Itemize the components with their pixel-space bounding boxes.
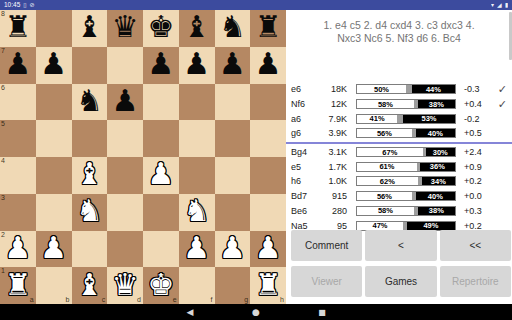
result-bar: 41%53% [356,114,456,124]
square-g1[interactable]: g [215,267,251,304]
game-count: 1.7K [318,162,347,172]
wifi-icon: ▾ [491,0,494,10]
square-a1[interactable]: 1a♜ [0,267,36,304]
square-a7[interactable]: 7♟ [0,47,36,84]
square-b6[interactable] [36,84,72,121]
candidate-move-row-h6[interactable]: h61.0K62%34%+0.2 [286,174,512,189]
square-a2[interactable]: 2♟ [0,231,36,268]
rank-label: 6 [1,84,5,92]
file-label: g [244,296,248,304]
back-to-start-button[interactable]: << [440,230,511,261]
square-d3[interactable] [107,194,143,231]
square-f1[interactable]: f [179,267,215,304]
white-wins-segment: 50% [357,85,406,93]
square-e1[interactable]: e♚ [143,267,179,304]
square-d8[interactable]: ♛ [107,10,143,47]
signal-icon: ◢ [497,0,502,10]
white-piece-p: ♟ [219,233,246,263]
square-h7[interactable]: ♟ [250,47,286,84]
game-count: 7.9K [318,114,347,124]
square-f4[interactable] [179,157,215,194]
black-piece-p: ♟ [112,86,139,116]
black-piece-p: ♟ [183,49,210,79]
black-piece-k: ♚ [147,12,174,42]
square-a5[interactable]: 5 [0,120,36,157]
app-screen: 10:45 ▯ ⊘ ▾ ◢ ▮ 8♜♝♛♚♝♞♜7♟♟♟♟♟♟6♞♟54♝♟3♞… [0,0,512,320]
square-d6[interactable]: ♟ [107,84,143,121]
game-count: 915 [318,191,347,201]
game-count: 12K [318,99,347,109]
white-piece-p: ♟ [4,233,31,263]
square-h6[interactable] [250,84,286,121]
square-e3[interactable] [143,194,179,231]
back-button[interactable]: ◀ [157,307,223,317]
candidate-move-row-Bg4[interactable]: Bg43.1K67%30%+2.4 [286,145,512,160]
black-wins-segment: 36% [420,163,455,171]
black-wins-segment: 53% [403,115,455,123]
engine-eval: +0.5 [464,128,496,138]
white-piece-q: ♛ [112,270,139,300]
engine-eval: +0.9 [464,162,496,172]
file-label: f [211,296,213,304]
white-piece-n: ♞ [76,196,103,226]
rank-label: 3 [1,194,5,202]
square-d7[interactable] [107,47,143,84]
square-g7[interactable]: ♟ [215,47,251,84]
candidate-moves-table: e618K50%44%-0.3✓Nf612K58%38%+0.4✓a67.9K4… [286,82,512,233]
candidate-move: Be6 [286,206,318,216]
square-d5[interactable] [107,120,143,157]
square-d1[interactable]: d♛ [107,267,143,304]
square-h8[interactable]: ♜ [250,10,286,47]
candidate-move-row-a6[interactable]: a67.9K41%53%-0.2 [286,111,512,126]
square-c7[interactable] [72,47,108,84]
square-a6[interactable]: 6 [0,84,36,121]
candidate-move-row-g6[interactable]: g63.9K56%40%+0.5 [286,126,512,141]
back-move-button[interactable]: < [365,230,436,261]
square-d4[interactable] [107,157,143,194]
repertoire-button[interactable]: Repertoire [440,266,511,297]
file-label: b [66,296,70,304]
recents-button[interactable]: ■ [289,308,355,317]
square-e8[interactable]: ♚ [143,10,179,47]
white-piece-p: ♟ [255,233,282,263]
white-piece-p: ♟ [147,159,174,189]
white-piece-n: ♞ [183,196,210,226]
black-wins-segment: 38% [418,207,455,215]
square-c6[interactable]: ♞ [72,84,108,121]
white-wins-segment: 58% [357,100,414,108]
black-piece-b: ♝ [76,12,103,42]
square-b8[interactable] [36,10,72,47]
candidate-move: Bd7 [286,191,318,201]
square-e7[interactable]: ♟ [143,47,179,84]
square-a4[interactable]: 4 [0,157,36,194]
square-a3[interactable]: 3 [0,194,36,231]
square-f5[interactable] [179,120,215,157]
white-wins-segment: 58% [357,207,414,215]
black-piece-n: ♞ [219,12,246,42]
rank-label: 4 [1,157,5,165]
repertoire-check-icon: ✓ [498,98,512,111]
result-bar: 58%38% [356,206,456,216]
game-count: 1.0K [318,176,347,186]
square-c3[interactable]: ♞ [72,194,108,231]
game-count: 3.9K [318,128,347,138]
black-wins-segment: 49% [407,222,455,230]
result-bar: 50%44% [356,84,456,94]
button-bar: Comment<<<ViewerGamesRepertoire [291,230,511,297]
black-piece-r: ♜ [255,12,282,42]
square-c4[interactable]: ♝ [72,157,108,194]
white-piece-b: ♝ [76,159,103,189]
black-wins-segment: 44% [412,85,455,93]
analysis-panel: 1. e4 c5 2. d4 cxd4 3. c3 dxc3 4. Nxc3 N… [286,10,512,304]
black-piece-p: ♟ [255,49,282,79]
candidate-move: e5 [286,162,318,172]
selection-divider [286,142,512,144]
black-piece-n: ♞ [76,86,103,116]
white-piece-p: ♟ [183,233,210,263]
black-wins-segment: 34% [422,177,455,185]
battery-icon: ▮ [505,0,508,10]
square-e2[interactable] [143,231,179,268]
square-f3[interactable]: ♞ [179,194,215,231]
square-f8[interactable]: ♝ [179,10,215,47]
black-wins-segment: 38% [418,100,455,108]
white-wins-segment: 47% [357,222,403,230]
square-g6[interactable] [215,84,251,121]
square-c1[interactable]: c♝ [72,267,108,304]
black-piece-p: ♟ [219,49,246,79]
white-wins-segment: 61% [357,163,417,171]
engine-eval: -0.3 [464,84,496,94]
rank-label: 5 [1,120,5,128]
move-list-line: Nxc3 Nc6 5. Nf3 d6 6. Bc4 [286,32,512,45]
square-b5[interactable] [36,120,72,157]
result-bar: 61%36% [356,162,456,172]
candidate-move-row-Be6[interactable]: Be628058%38%+0.3 [286,204,512,219]
black-piece-q: ♛ [112,12,139,42]
square-f7[interactable]: ♟ [179,47,215,84]
white-wins-segment: 62% [357,177,418,185]
square-g3[interactable] [215,194,251,231]
result-bar: 56%40% [356,191,456,201]
candidate-move: h6 [286,176,318,186]
engine-eval: +0.2 [464,176,496,186]
white-piece-r: ♜ [4,270,31,300]
black-wins-segment: 40% [416,129,455,137]
square-g4[interactable] [215,157,251,194]
candidate-move-row-e5[interactable]: e51.7K61%36%+0.9 [286,159,512,174]
result-bar: 58%38% [356,99,456,109]
square-h1[interactable]: h♜ [250,267,286,304]
white-wins-segment: 41% [357,115,397,123]
square-h2[interactable]: ♟ [250,231,286,268]
square-e5[interactable] [143,120,179,157]
engine-eval: +2.4 [464,147,496,157]
game-count: 3.1K [318,147,347,157]
candidate-move: g6 [286,128,318,138]
candidate-move-row-e6[interactable]: e618K50%44%-0.3✓ [286,82,512,97]
white-piece-p: ♟ [40,233,67,263]
square-h5[interactable] [250,120,286,157]
square-c5[interactable] [72,120,108,157]
candidate-move-row-Bd7[interactable]: Bd791556%40%+0.0 [286,189,512,204]
candidate-move: Bg4 [286,147,318,157]
engine-eval: +0.3 [464,206,496,216]
white-piece-r: ♜ [255,270,282,300]
white-piece-k: ♚ [147,270,174,300]
candidate-move: e6 [286,84,318,94]
black-wins-segment: 40% [416,192,455,200]
square-h3[interactable] [250,194,286,231]
white-wins-segment: 56% [357,192,412,200]
result-bar: 62%34% [356,176,456,186]
result-bar: 67%30% [356,147,456,157]
games-button[interactable]: Games [365,266,436,297]
black-piece-p: ♟ [147,49,174,79]
square-g5[interactable] [215,120,251,157]
black-piece-r: ♜ [4,12,31,42]
comment-button[interactable]: Comment [291,230,362,261]
square-b2[interactable]: ♟ [36,231,72,268]
black-piece-p: ♟ [40,49,67,79]
square-g2[interactable]: ♟ [215,231,251,268]
square-b7[interactable]: ♟ [36,47,72,84]
game-count: 280 [318,206,347,216]
square-e6[interactable] [143,84,179,121]
engine-eval: +0.4 [464,99,496,109]
viewer-button[interactable]: Viewer [291,266,362,297]
square-h4[interactable] [250,157,286,194]
move-list-line: 1. e4 c5 2. d4 cxd4 3. c3 dxc3 4. [286,19,512,32]
engine-eval: -0.2 [464,114,496,124]
home-button[interactable]: ● [223,307,289,317]
square-f2[interactable]: ♟ [179,231,215,268]
square-d2[interactable] [107,231,143,268]
square-b1[interactable]: b [36,267,72,304]
white-wins-segment: 56% [357,129,412,137]
square-a8[interactable]: 8♜ [0,10,36,47]
game-count: 18K [318,84,347,94]
result-bar: 56%40% [356,128,456,138]
square-b3[interactable] [36,194,72,231]
square-f6[interactable] [179,84,215,121]
black-piece-b: ♝ [183,12,210,42]
candidate-move: Nf6 [286,99,318,109]
white-piece-b: ♝ [76,270,103,300]
square-c2[interactable] [72,231,108,268]
black-wins-segment: 30% [426,148,455,156]
candidate-move: a6 [286,114,318,124]
repertoire-check-icon: ✓ [498,83,512,96]
square-e4[interactable]: ♟ [143,157,179,194]
square-g8[interactable]: ♞ [215,10,251,47]
engine-eval: +0.0 [464,191,496,201]
android-nav-bar: ◀ ● ■ [0,304,512,320]
move-list[interactable]: 1. e4 c5 2. d4 cxd4 3. c3 dxc3 4. Nxc3 N… [286,10,512,45]
square-c8[interactable]: ♝ [72,10,108,47]
white-wins-segment: 67% [357,148,423,156]
candidate-move-row-Nf6[interactable]: Nf612K58%38%+0.4✓ [286,97,512,112]
square-b4[interactable] [36,157,72,194]
black-piece-p: ♟ [4,49,31,79]
chess-board[interactable]: 8♜♝♛♚♝♞♜7♟♟♟♟♟♟6♞♟54♝♟3♞♞2♟♟♟♟♟1a♜bc♝d♛e… [0,10,286,304]
